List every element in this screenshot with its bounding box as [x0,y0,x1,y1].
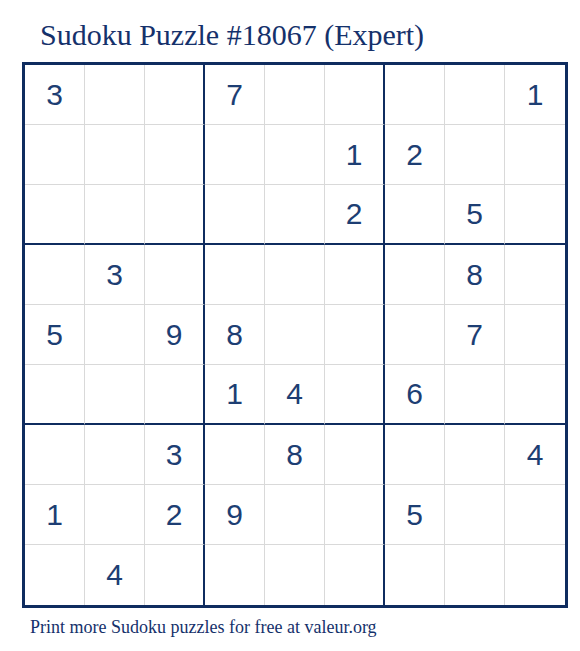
cell-r8c8 [445,485,505,545]
cell-r1c8 [445,65,505,125]
cell-r1c7 [385,65,445,125]
cell-r3c1 [25,185,85,245]
cell-r9c8 [445,545,505,605]
cell-r5c7 [385,305,445,365]
cell-r9c6 [325,545,385,605]
cell-r3c2 [85,185,145,245]
footer-text: Print more Sudoku puzzles for free at va… [30,617,377,638]
cell-r7c9: 4 [505,425,565,485]
cell-r8c1: 1 [25,485,85,545]
cell-r9c9 [505,545,565,605]
cell-r8c9 [505,485,565,545]
cell-r4c2: 3 [85,245,145,305]
cell-r4c4 [205,245,265,305]
cell-r7c7 [385,425,445,485]
cell-r5c5 [265,305,325,365]
cell-r4c1 [25,245,85,305]
cell-r6c4: 1 [205,365,265,425]
cell-r4c9 [505,245,565,305]
cell-r3c6: 2 [325,185,385,245]
cell-r7c3: 3 [145,425,205,485]
cell-r3c5 [265,185,325,245]
cell-r9c2: 4 [85,545,145,605]
cell-r5c6 [325,305,385,365]
cell-r4c3 [145,245,205,305]
cell-r5c4: 8 [205,305,265,365]
cell-r3c3 [145,185,205,245]
cell-r5c1: 5 [25,305,85,365]
cell-r9c3 [145,545,205,605]
cell-r3c7 [385,185,445,245]
cell-r5c9 [505,305,565,365]
cell-r5c2 [85,305,145,365]
cell-r4c5 [265,245,325,305]
cell-r7c2 [85,425,145,485]
cell-r4c8: 8 [445,245,505,305]
cell-r8c4: 9 [205,485,265,545]
cell-r2c7: 2 [385,125,445,185]
cell-r5c3: 9 [145,305,205,365]
cell-r2c8 [445,125,505,185]
cell-r9c4 [205,545,265,605]
cell-r4c7 [385,245,445,305]
cell-r8c2 [85,485,145,545]
cell-r6c3 [145,365,205,425]
cell-r5c8: 7 [445,305,505,365]
cell-r8c3: 2 [145,485,205,545]
cell-r1c5 [265,65,325,125]
cell-r9c7 [385,545,445,605]
cell-r2c9 [505,125,565,185]
cell-r8c6 [325,485,385,545]
cell-r7c5: 8 [265,425,325,485]
cell-r1c6 [325,65,385,125]
cell-r3c4 [205,185,265,245]
cell-r7c1 [25,425,85,485]
cell-r6c6 [325,365,385,425]
cell-r7c8 [445,425,505,485]
page-title: Sudoku Puzzle #18067 (Expert) [40,18,424,51]
page: { "game": "sudoku", "puzzle_number": "18… [0,0,580,651]
cell-r4c6 [325,245,385,305]
cell-r6c8 [445,365,505,425]
cell-r6c5: 4 [265,365,325,425]
cell-r3c9 [505,185,565,245]
cell-r2c4 [205,125,265,185]
cell-r6c1 [25,365,85,425]
cell-r6c2 [85,365,145,425]
sudoku-grid: 371122538598714638412954 [22,62,568,608]
cell-r9c1 [25,545,85,605]
cell-r2c6: 1 [325,125,385,185]
cell-r3c8: 5 [445,185,505,245]
cell-r2c1 [25,125,85,185]
cell-r2c5 [265,125,325,185]
cell-r8c7: 5 [385,485,445,545]
cell-r2c2 [85,125,145,185]
cell-r7c4 [205,425,265,485]
cell-r1c2 [85,65,145,125]
cell-r6c9 [505,365,565,425]
cell-r1c4: 7 [205,65,265,125]
cell-r1c3 [145,65,205,125]
cell-r6c7: 6 [385,365,445,425]
cell-r7c6 [325,425,385,485]
cell-r9c5 [265,545,325,605]
cell-r1c9: 1 [505,65,565,125]
cell-r2c3 [145,125,205,185]
cell-r8c5 [265,485,325,545]
cell-r1c1: 3 [25,65,85,125]
